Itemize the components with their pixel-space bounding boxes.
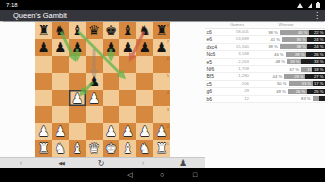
chess-board[interactable]: ♜♞♝♛♚♝♞♜8♟♟♟♟♟♟♟76♟5♟♟43♟♟♟♟♟♟2♜♞♝♛♚♝♞♜1 — [35, 22, 170, 157]
square-c8[interactable]: ♝ — [69, 22, 86, 39]
square-c6[interactable] — [69, 56, 86, 73]
square-h8[interactable]: ♜8 — [153, 22, 170, 39]
square-b2[interactable]: ♟ — [52, 123, 69, 140]
black-win-segment: 24 % — [307, 37, 325, 42]
square-e7[interactable]: ♟ — [103, 39, 120, 56]
piece-white-pawn: ♟ — [86, 90, 103, 107]
stats-row-Nc6[interactable]: Nc63,16846 %28 %26 % — [205, 51, 325, 58]
square-b5[interactable] — [52, 73, 69, 90]
square-g6[interactable] — [136, 56, 153, 73]
square-b4[interactable] — [52, 90, 69, 107]
overflow-menu-icon[interactable]: ⋮ — [312, 10, 322, 21]
stats-row-c5[interactable]: c520650 %33 %17 % — [205, 81, 325, 88]
square-f1[interactable]: ♝ — [119, 140, 136, 157]
square-b3[interactable] — [52, 106, 69, 123]
piece-white-pawn: ♟ — [35, 123, 52, 140]
games-count: 3,168 — [225, 51, 249, 57]
square-e4[interactable] — [103, 90, 120, 107]
piece-white-king: ♚ — [103, 140, 120, 157]
piece-white-queen: ♛ — [86, 140, 103, 157]
draw-segment: 26 % — [288, 89, 307, 94]
piece-black-pawn: ♟ — [86, 73, 103, 90]
black-win-segment: 33 % — [301, 59, 325, 64]
square-a4[interactable] — [35, 90, 52, 107]
square-c4[interactable]: ♟ — [69, 90, 86, 107]
chess-app-screen: 7:18 Queen's Gambit ⋮ ♜♞♝♛♚♝♞♜8♟♟♟♟♟♟♟76… — [0, 0, 325, 182]
square-e5[interactable] — [103, 73, 120, 90]
games-count: 1,280 — [225, 73, 249, 79]
winrate-bar: 67 %15 %18 % — [252, 67, 325, 72]
games-count: 58,001 — [225, 29, 249, 35]
signal-icon — [308, 3, 312, 8]
square-e3[interactable] — [103, 106, 120, 123]
black-win-segment: 25 % — [307, 89, 325, 94]
white-win-pct: 50 % — [277, 81, 287, 86]
square-h3[interactable]: 3 — [153, 106, 170, 123]
black-win-segment: 24 % — [307, 44, 325, 49]
winrate-bar: 38 %38 %24 % — [252, 44, 325, 49]
white-win-pct: 41 % — [270, 37, 280, 42]
move-label: Nc6 — [207, 51, 227, 57]
square-f5[interactable] — [119, 73, 136, 90]
square-d1[interactable]: ♛ — [86, 140, 103, 157]
square-b7[interactable]: ♟ — [52, 39, 69, 56]
square-d7[interactable] — [86, 39, 103, 56]
black-win-segment: 18 % — [312, 67, 325, 72]
square-c1[interactable]: ♝ — [69, 140, 86, 157]
piece-white-rook: ♜ — [35, 140, 52, 157]
games-count: 15,340 — [225, 44, 249, 50]
square-h1[interactable]: ♜1 — [153, 140, 170, 157]
piece-black-bishop: ♝ — [69, 22, 86, 39]
square-f7[interactable]: ♟ — [119, 39, 136, 56]
rank-label: 4 — [167, 90, 169, 95]
piece-black-pawn: ♟ — [35, 39, 52, 56]
black-win-segment: 26 % — [306, 52, 325, 57]
rank-label: 8 — [167, 23, 169, 28]
square-c2[interactable] — [69, 123, 86, 140]
piece-white-pawn: ♟ — [52, 123, 69, 140]
square-a2[interactable]: ♟ — [35, 123, 52, 140]
stats-row-b6[interactable]: b61283 % — [205, 96, 325, 103]
piece-white-bishop: ♝ — [119, 140, 136, 157]
stats-row-dxc4[interactable]: dxc415,34038 %38 %24 % — [205, 44, 325, 51]
draw-segment: 38 % — [280, 44, 308, 49]
square-c5[interactable] — [69, 73, 86, 90]
square-h5[interactable]: 5 — [153, 73, 170, 90]
app-bar: Queen's Gambit ⋮ — [0, 10, 325, 21]
clock: 7:18 — [6, 0, 18, 10]
square-d6[interactable] — [86, 56, 103, 73]
square-d2[interactable] — [86, 123, 103, 140]
android-back-button[interactable]: ◁ — [127, 168, 132, 182]
square-e1[interactable]: ♚ — [103, 140, 120, 157]
square-g1[interactable]: ♞ — [136, 140, 153, 157]
square-f4[interactable] — [119, 90, 136, 107]
white-win-pct: 38 % — [268, 44, 278, 49]
move-label: c5 — [207, 81, 227, 87]
piece-black-rook: ♜ — [35, 22, 52, 39]
draw-segment: 15 % — [301, 67, 312, 72]
move-label: b6 — [207, 96, 227, 102]
winrate-bar: 38 %40 %22 % — [252, 30, 325, 35]
white-win-pct: 48 % — [276, 59, 286, 64]
winrate-bar: 41 %35 %24 % — [252, 37, 325, 42]
square-f8[interactable]: ♝ — [119, 22, 136, 39]
square-a6[interactable] — [35, 56, 52, 73]
stats-row-e5[interactable]: e52,26348 %19 %33 % — [205, 59, 325, 66]
square-b8[interactable]: ♞ — [52, 22, 69, 39]
games-count: 206 — [225, 81, 249, 87]
move-label: c6 — [207, 29, 227, 35]
rank-label: 3 — [167, 107, 169, 112]
piece-black-queen: ♛ — [86, 22, 103, 39]
move-label: e6 — [207, 36, 227, 42]
android-status-bar: 7:18 — [0, 0, 325, 10]
stats-header-row: Games Winrate — [205, 21, 325, 29]
piece-white-bishop: ♝ — [69, 140, 86, 157]
winrate-bar: 50 %33 %17 % — [252, 81, 325, 86]
android-nav-bar: ◁○□ — [0, 168, 325, 182]
draw-segment: 40 % — [280, 30, 309, 35]
square-g8[interactable]: ♞ — [136, 22, 153, 39]
black-win-segment: 22 % — [309, 30, 325, 35]
android-home-button[interactable]: ○ — [160, 168, 164, 182]
square-g4[interactable] — [136, 90, 153, 107]
draw-segment: 35 % — [282, 37, 308, 42]
move-label: g6 — [207, 88, 227, 94]
piece-black-king: ♚ — [103, 22, 120, 39]
white-win-pct: 67 % — [289, 67, 299, 72]
square-d8[interactable]: ♛ — [86, 22, 103, 39]
move-label: Nf6 — [207, 66, 227, 72]
stats-row-Nf6[interactable]: Nf61,70967 %15 %18 % — [205, 66, 325, 73]
square-c3[interactable] — [69, 106, 86, 123]
move-label: Bf5 — [207, 73, 227, 79]
piece-black-knight: ♞ — [52, 22, 69, 39]
square-g3[interactable] — [136, 106, 153, 123]
piece-black-pawn: ♟ — [69, 39, 86, 56]
rank-label: 5 — [167, 73, 169, 78]
white-win-pct: 44 % — [273, 74, 283, 79]
piece-black-pawn: ♟ — [52, 39, 69, 56]
square-g7[interactable]: ♟ — [136, 39, 153, 56]
stats-row-g6[interactable]: g62949 %26 %25 % — [205, 88, 325, 95]
square-d3[interactable] — [86, 106, 103, 123]
rank-label: 2 — [167, 124, 169, 129]
piece-white-knight: ♞ — [136, 140, 153, 157]
battery-icon — [316, 3, 320, 8]
stats-row-Bf5[interactable]: Bf51,28044 %29 %27 % — [205, 73, 325, 80]
square-f2[interactable]: ♟ — [119, 123, 136, 140]
white-win-pct: 38 % — [268, 30, 278, 35]
square-h7[interactable]: ♟7 — [153, 39, 170, 56]
move-label: e5 — [207, 59, 227, 65]
page-title: Queen's Gambit — [13, 10, 67, 21]
opening-stats-panel: Games Winrate c658,00138 %40 %22 %e653,6… — [205, 21, 325, 103]
piece-white-pawn: ♟ — [69, 90, 86, 107]
android-recents-button[interactable]: □ — [193, 168, 197, 182]
draw-segment: 28 % — [286, 52, 306, 57]
square-f6[interactable] — [119, 56, 136, 73]
games-count: 1,709 — [225, 66, 249, 72]
piece-black-knight: ♞ — [136, 22, 153, 39]
rank-label: 1 — [167, 141, 169, 146]
square-d4[interactable]: ♟ — [86, 90, 103, 107]
square-f3[interactable] — [119, 106, 136, 123]
move-label: dxc4 — [207, 44, 227, 50]
black-win-segment — [319, 96, 325, 101]
black-win-segment: 17 % — [313, 81, 325, 86]
square-e6[interactable] — [103, 56, 120, 73]
games-count: 29 — [225, 88, 249, 94]
black-win-segment: 27 % — [305, 74, 325, 79]
winrate-column-header: Winrate — [247, 21, 325, 28]
square-a8[interactable]: ♜ — [35, 22, 52, 39]
square-g2[interactable]: ♟ — [136, 123, 153, 140]
games-column-header: Games — [225, 21, 249, 28]
stats-row-e6[interactable]: e653,68941 %35 %24 % — [205, 36, 325, 43]
square-h4[interactable]: 4 — [153, 90, 170, 107]
stats-row-c6[interactable]: c658,00138 %40 %22 % — [205, 29, 325, 36]
rank-label: 6 — [167, 56, 169, 61]
games-count: 2,263 — [225, 59, 249, 65]
piece-black-bishop: ♝ — [119, 22, 136, 39]
piece-black-pawn: ♟ — [136, 39, 153, 56]
square-g5[interactable] — [136, 73, 153, 90]
draw-segment: 19 % — [287, 59, 301, 64]
games-count: 53,689 — [225, 36, 249, 42]
draw-segment: 33 % — [289, 81, 313, 86]
piece-white-pawn: ♟ — [119, 123, 136, 140]
white-win-pct: 49 % — [276, 89, 286, 94]
piece-white-pawn: ♟ — [136, 123, 153, 140]
square-a5[interactable] — [35, 73, 52, 90]
square-h6[interactable]: 6 — [153, 56, 170, 73]
wifi-icon — [297, 3, 303, 8]
square-c7[interactable]: ♟ — [69, 39, 86, 56]
piece-black-pawn: ♟ — [119, 39, 136, 56]
square-a7[interactable]: ♟ — [35, 39, 52, 56]
winrate-bar: 48 %19 %33 % — [252, 59, 325, 64]
square-a3[interactable] — [35, 106, 52, 123]
square-e8[interactable]: ♚ — [103, 22, 120, 39]
white-win-pct: 46 % — [274, 52, 284, 57]
stats-rows: c658,00138 %40 %22 %e653,68941 %35 %24 %… — [205, 29, 325, 103]
square-e2[interactable]: ♟ — [103, 123, 120, 140]
rank-label: 7 — [167, 39, 169, 44]
piece-white-pawn: ♟ — [103, 123, 120, 140]
square-a1[interactable]: ♜ — [35, 140, 52, 157]
winrate-bar: 46 %28 %26 % — [252, 52, 325, 57]
winrate-bar: 49 %26 %25 % — [252, 89, 325, 94]
square-b1[interactable]: ♞ — [52, 140, 69, 157]
piece-black-pawn: ♟ — [103, 39, 120, 56]
winrate-bar: 83 % — [252, 96, 325, 101]
square-h2[interactable]: ♟2 — [153, 123, 170, 140]
white-win-pct: 83 % — [301, 96, 311, 101]
games-count: 12 — [225, 96, 249, 102]
piece-white-knight: ♞ — [52, 140, 69, 157]
square-b6[interactable] — [52, 56, 69, 73]
winrate-bar: 44 %29 %27 % — [252, 74, 325, 79]
draw-segment: 29 % — [284, 74, 305, 79]
square-d5[interactable]: ♟ — [86, 73, 103, 90]
